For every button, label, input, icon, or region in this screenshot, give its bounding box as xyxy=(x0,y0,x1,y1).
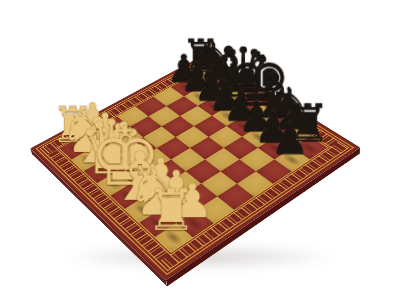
white-rook-glyph: ♜ xyxy=(126,182,217,239)
chessboard: ♜♞♝♛♚♝♞♜♟♟♟♟♟♟♟♟♟♟♟♟♟♟♟♟♜♞♝♛♚♝♞♜ xyxy=(30,53,360,280)
black-pawn-glyph: ♟ xyxy=(248,117,331,161)
chess-set-photo: ♜♞♝♛♚♝♞♜♟♟♟♟♟♟♟♟♟♟♟♟♟♟♟♟♜♞♝♛♚♝♞♜ xyxy=(0,0,400,300)
